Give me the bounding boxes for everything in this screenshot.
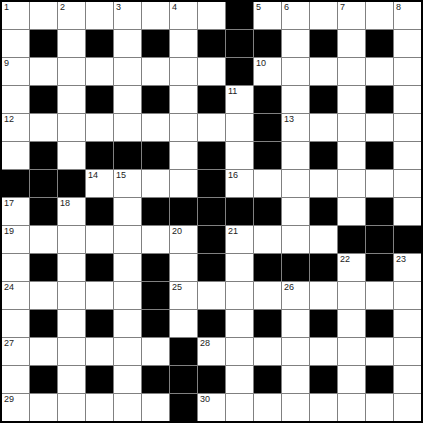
black-cell-r7c1 <box>2 170 29 197</box>
white-cell-r3c2[interactable] <box>30 58 57 85</box>
black-cell-r12c14 <box>366 310 393 337</box>
white-cell-r13c6[interactable] <box>142 338 169 365</box>
clue-number-29: 29 <box>4 394 14 405</box>
white-cell-r10c7[interactable] <box>170 254 197 281</box>
black-cell-r2c9 <box>226 30 253 57</box>
white-cell-r9c12[interactable] <box>310 226 337 253</box>
white-cell-r10c9[interactable] <box>226 254 253 281</box>
black-cell-r2c8 <box>198 30 225 57</box>
white-cell-r7c7[interactable] <box>170 170 197 197</box>
white-cell-r3c14[interactable] <box>366 58 393 85</box>
white-cell-r13c4[interactable] <box>86 338 113 365</box>
white-cell-r11c5[interactable] <box>114 282 141 309</box>
black-cell-r10c10 <box>254 254 281 281</box>
white-cell-r2c7[interactable] <box>170 30 197 57</box>
white-cell-r1c8[interactable] <box>198 2 225 29</box>
white-cell-r12c15[interactable] <box>394 310 421 337</box>
white-cell-r1c11[interactable]: 6 <box>282 2 309 29</box>
white-cell-r4c15[interactable] <box>394 86 421 113</box>
black-cell-r1c9 <box>226 2 253 29</box>
black-cell-r12c12 <box>310 310 337 337</box>
black-cell-r14c4 <box>86 366 113 393</box>
white-cell-r3c4[interactable] <box>86 58 113 85</box>
black-cell-r14c2 <box>30 366 57 393</box>
white-cell-r2c15[interactable] <box>394 30 421 57</box>
white-cell-r1c6[interactable] <box>142 2 169 29</box>
black-cell-r6c8 <box>198 142 225 169</box>
white-cell-r3c5[interactable] <box>114 58 141 85</box>
black-cell-r10c12 <box>310 254 337 281</box>
white-cell-r7c12[interactable] <box>310 170 337 197</box>
white-cell-r1c1[interactable]: 1 <box>2 2 29 29</box>
white-cell-r15c3[interactable] <box>58 394 85 421</box>
black-cell-r6c12 <box>310 142 337 169</box>
white-cell-r4c5[interactable] <box>114 86 141 113</box>
white-cell-r8c13[interactable] <box>338 198 365 225</box>
clue-number-16: 16 <box>228 170 238 181</box>
white-cell-r14c1[interactable] <box>2 366 29 393</box>
white-cell-r5c12[interactable] <box>310 114 337 141</box>
black-cell-r10c2 <box>30 254 57 281</box>
clue-number-7: 7 <box>340 2 345 13</box>
black-cell-r2c4 <box>86 30 113 57</box>
white-cell-r11c12[interactable] <box>310 282 337 309</box>
white-cell-r13c12[interactable] <box>310 338 337 365</box>
white-cell-r6c9[interactable] <box>226 142 253 169</box>
white-cell-r9c10[interactable] <box>254 226 281 253</box>
black-cell-r6c6 <box>142 142 169 169</box>
crossword-grid: 1234567891011121314151617181920212223242… <box>0 0 423 423</box>
clue-number-2: 2 <box>60 2 65 13</box>
white-cell-r15c12[interactable] <box>310 394 337 421</box>
crossword-board: 1234567891011121314151617181920212223242… <box>0 0 423 423</box>
black-cell-r12c10 <box>254 310 281 337</box>
clue-number-12: 12 <box>4 114 14 125</box>
clue-number-15: 15 <box>116 170 126 181</box>
white-cell-r7c15[interactable] <box>394 170 421 197</box>
black-cell-r9c15 <box>394 226 421 253</box>
white-cell-r5c1[interactable]: 12 <box>2 114 29 141</box>
black-cell-r14c8 <box>198 366 225 393</box>
black-cell-r10c11 <box>282 254 309 281</box>
white-cell-r3c15[interactable] <box>394 58 421 85</box>
white-cell-r1c7[interactable]: 4 <box>170 2 197 29</box>
white-cell-r5c9[interactable] <box>226 114 253 141</box>
black-cell-r4c12 <box>310 86 337 113</box>
clue-number-6: 6 <box>284 2 289 13</box>
black-cell-r6c10 <box>254 142 281 169</box>
black-cell-r7c8 <box>198 170 225 197</box>
white-cell-r1c14[interactable] <box>366 2 393 29</box>
black-cell-r8c9 <box>226 198 253 225</box>
black-cell-r6c4 <box>86 142 113 169</box>
white-cell-r14c15[interactable] <box>394 366 421 393</box>
white-cell-r3c13[interactable] <box>338 58 365 85</box>
white-cell-r8c1[interactable]: 17 <box>2 198 29 225</box>
black-cell-r6c5 <box>114 142 141 169</box>
white-cell-r3c3[interactable] <box>58 58 85 85</box>
white-cell-r7c11[interactable] <box>282 170 309 197</box>
black-cell-r14c6 <box>142 366 169 393</box>
white-cell-r9c11[interactable] <box>282 226 309 253</box>
clue-number-22: 22 <box>340 254 350 265</box>
white-cell-r13c9[interactable] <box>226 338 253 365</box>
clue-number-9: 9 <box>4 58 9 69</box>
white-cell-r2c5[interactable] <box>114 30 141 57</box>
white-cell-r1c13[interactable]: 7 <box>338 2 365 29</box>
white-cell-r11c10[interactable] <box>254 282 281 309</box>
white-cell-r9c1[interactable]: 19 <box>2 226 29 253</box>
white-cell-r13c3[interactable] <box>58 338 85 365</box>
white-cell-r1c5[interactable]: 3 <box>114 2 141 29</box>
white-cell-r5c15[interactable] <box>394 114 421 141</box>
black-cell-r12c6 <box>142 310 169 337</box>
white-cell-r11c1[interactable]: 24 <box>2 282 29 309</box>
white-cell-r12c3[interactable] <box>58 310 85 337</box>
black-cell-r8c4 <box>86 198 113 225</box>
black-cell-r11c6 <box>142 282 169 309</box>
black-cell-r2c12 <box>310 30 337 57</box>
clue-number-23: 23 <box>396 254 406 265</box>
clue-number-25: 25 <box>172 282 182 293</box>
black-cell-r4c4 <box>86 86 113 113</box>
black-cell-r9c14 <box>366 226 393 253</box>
white-cell-r15c14[interactable] <box>366 394 393 421</box>
white-cell-r11c14[interactable] <box>366 282 393 309</box>
black-cell-r12c4 <box>86 310 113 337</box>
black-cell-r14c14 <box>366 366 393 393</box>
white-cell-r9c6[interactable] <box>142 226 169 253</box>
clue-number-5: 5 <box>256 2 261 13</box>
white-cell-r8c11[interactable] <box>282 198 309 225</box>
black-cell-r14c12 <box>310 366 337 393</box>
black-cell-r2c6 <box>142 30 169 57</box>
clue-number-20: 20 <box>172 226 182 237</box>
white-cell-r14c5[interactable] <box>114 366 141 393</box>
white-cell-r14c9[interactable] <box>226 366 253 393</box>
black-cell-r8c10 <box>254 198 281 225</box>
white-cell-r14c11[interactable] <box>282 366 309 393</box>
white-cell-r12c11[interactable] <box>282 310 309 337</box>
white-cell-r9c3[interactable] <box>58 226 85 253</box>
black-cell-r14c7 <box>170 366 197 393</box>
white-cell-r15c10[interactable] <box>254 394 281 421</box>
white-cell-r4c9[interactable]: 11 <box>226 86 253 113</box>
white-cell-r8c3[interactable]: 18 <box>58 198 85 225</box>
black-cell-r9c13 <box>338 226 365 253</box>
white-cell-r7c14[interactable] <box>366 170 393 197</box>
white-cell-r11c15[interactable] <box>394 282 421 309</box>
white-cell-r4c1[interactable] <box>2 86 29 113</box>
white-cell-r6c3[interactable] <box>58 142 85 169</box>
white-cell-r7c5[interactable]: 15 <box>114 170 141 197</box>
white-cell-r13c14[interactable] <box>366 338 393 365</box>
clue-number-24: 24 <box>4 282 14 293</box>
white-cell-r5c8[interactable] <box>198 114 225 141</box>
clue-number-27: 27 <box>4 338 14 349</box>
white-cell-r15c5[interactable] <box>114 394 141 421</box>
black-cell-r6c14 <box>366 142 393 169</box>
clue-number-19: 19 <box>4 226 14 237</box>
white-cell-r4c7[interactable] <box>170 86 197 113</box>
white-cell-r15c4[interactable] <box>86 394 113 421</box>
white-cell-r9c4[interactable] <box>86 226 113 253</box>
black-cell-r8c12 <box>310 198 337 225</box>
white-cell-r11c7[interactable]: 25 <box>170 282 197 309</box>
black-cell-r12c2 <box>30 310 57 337</box>
clue-number-10: 10 <box>256 58 266 69</box>
white-cell-r6c15[interactable] <box>394 142 421 169</box>
black-cell-r2c10 <box>254 30 281 57</box>
black-cell-r13c7 <box>170 338 197 365</box>
white-cell-r12c1[interactable] <box>2 310 29 337</box>
black-cell-r2c14 <box>366 30 393 57</box>
white-cell-r7c13[interactable] <box>338 170 365 197</box>
white-cell-r1c12[interactable] <box>310 2 337 29</box>
white-cell-r3c12[interactable] <box>310 58 337 85</box>
black-cell-r6c2 <box>30 142 57 169</box>
white-cell-r10c13[interactable]: 22 <box>338 254 365 281</box>
white-cell-r2c11[interactable] <box>282 30 309 57</box>
white-cell-r5c4[interactable] <box>86 114 113 141</box>
white-cell-r15c2[interactable] <box>30 394 57 421</box>
white-cell-r15c6[interactable] <box>142 394 169 421</box>
white-cell-r7c9[interactable]: 16 <box>226 170 253 197</box>
white-cell-r5c11[interactable]: 13 <box>282 114 309 141</box>
black-cell-r4c14 <box>366 86 393 113</box>
clue-number-8: 8 <box>396 2 401 13</box>
black-cell-r10c8 <box>198 254 225 281</box>
white-cell-r4c13[interactable] <box>338 86 365 113</box>
black-cell-r10c4 <box>86 254 113 281</box>
clue-number-28: 28 <box>200 338 210 349</box>
clue-number-4: 4 <box>172 2 177 13</box>
white-cell-r15c8[interactable]: 30 <box>198 394 225 421</box>
white-cell-r3c6[interactable] <box>142 58 169 85</box>
black-cell-r12c8 <box>198 310 225 337</box>
black-cell-r8c8 <box>198 198 225 225</box>
white-cell-r7c6[interactable] <box>142 170 169 197</box>
black-cell-r7c3 <box>58 170 85 197</box>
white-cell-r15c9[interactable] <box>226 394 253 421</box>
white-cell-r14c13[interactable] <box>338 366 365 393</box>
white-cell-r3c8[interactable] <box>198 58 225 85</box>
black-cell-r4c10 <box>254 86 281 113</box>
white-cell-r5c2[interactable] <box>30 114 57 141</box>
black-cell-r8c6 <box>142 198 169 225</box>
clue-number-11: 11 <box>228 86 237 97</box>
black-cell-r8c14 <box>366 198 393 225</box>
white-cell-r9c7[interactable]: 20 <box>170 226 197 253</box>
white-cell-r9c9[interactable]: 21 <box>226 226 253 253</box>
clue-number-1: 1 <box>4 2 9 13</box>
white-cell-r10c1[interactable] <box>2 254 29 281</box>
white-cell-r1c4[interactable] <box>86 2 113 29</box>
black-cell-r4c8 <box>198 86 225 113</box>
black-cell-r4c6 <box>142 86 169 113</box>
white-cell-r13c10[interactable] <box>254 338 281 365</box>
white-cell-r3c1[interactable]: 9 <box>2 58 29 85</box>
white-cell-r9c5[interactable] <box>114 226 141 253</box>
white-cell-r12c5[interactable] <box>114 310 141 337</box>
white-cell-r13c11[interactable] <box>282 338 309 365</box>
white-cell-r11c2[interactable] <box>30 282 57 309</box>
white-cell-r6c7[interactable] <box>170 142 197 169</box>
white-cell-r13c13[interactable] <box>338 338 365 365</box>
black-cell-r14c10 <box>254 366 281 393</box>
white-cell-r5c3[interactable] <box>58 114 85 141</box>
white-cell-r5c7[interactable] <box>170 114 197 141</box>
white-cell-r13c5[interactable] <box>114 338 141 365</box>
white-cell-r6c13[interactable] <box>338 142 365 169</box>
white-cell-r1c10[interactable]: 5 <box>254 2 281 29</box>
white-cell-r12c9[interactable] <box>226 310 253 337</box>
white-cell-r2c13[interactable] <box>338 30 365 57</box>
white-cell-r15c11[interactable] <box>282 394 309 421</box>
white-cell-r13c15[interactable] <box>394 338 421 365</box>
white-cell-r15c15[interactable] <box>394 394 421 421</box>
clue-number-3: 3 <box>116 2 121 13</box>
white-cell-r10c3[interactable] <box>58 254 85 281</box>
white-cell-r4c11[interactable] <box>282 86 309 113</box>
black-cell-r7c2 <box>30 170 57 197</box>
white-cell-r1c3[interactable]: 2 <box>58 2 85 29</box>
black-cell-r2c2 <box>30 30 57 57</box>
white-cell-r13c8[interactable]: 28 <box>198 338 225 365</box>
white-cell-r11c13[interactable] <box>338 282 365 309</box>
white-cell-r15c13[interactable] <box>338 394 365 421</box>
white-cell-r8c15[interactable] <box>394 198 421 225</box>
white-cell-r9c2[interactable] <box>30 226 57 253</box>
white-cell-r11c8[interactable] <box>198 282 225 309</box>
clue-number-18: 18 <box>60 198 70 209</box>
black-cell-r8c7 <box>170 198 197 225</box>
black-cell-r10c6 <box>142 254 169 281</box>
white-cell-r3c10[interactable]: 10 <box>254 58 281 85</box>
clue-number-30: 30 <box>200 394 210 405</box>
white-cell-r11c4[interactable] <box>86 282 113 309</box>
white-cell-r11c3[interactable] <box>58 282 85 309</box>
white-cell-r5c13[interactable] <box>338 114 365 141</box>
white-cell-r15c1[interactable]: 29 <box>2 394 29 421</box>
black-cell-r3c9 <box>226 58 253 85</box>
black-cell-r5c10 <box>254 114 281 141</box>
clue-number-13: 13 <box>284 114 294 125</box>
white-cell-r11c9[interactable] <box>226 282 253 309</box>
white-cell-r1c15[interactable]: 8 <box>394 2 421 29</box>
white-cell-r14c3[interactable] <box>58 366 85 393</box>
clue-number-26: 26 <box>284 282 294 293</box>
white-cell-r3c7[interactable] <box>170 58 197 85</box>
white-cell-r7c10[interactable] <box>254 170 281 197</box>
white-cell-r6c11[interactable] <box>282 142 309 169</box>
white-cell-r5c6[interactable] <box>142 114 169 141</box>
white-cell-r8c5[interactable] <box>114 198 141 225</box>
clue-number-14: 14 <box>88 170 98 181</box>
black-cell-r10c14 <box>366 254 393 281</box>
black-cell-r15c7 <box>170 394 197 421</box>
white-cell-r10c5[interactable] <box>114 254 141 281</box>
white-cell-r7c4[interactable]: 14 <box>86 170 113 197</box>
white-cell-r2c3[interactable] <box>58 30 85 57</box>
white-cell-r12c7[interactable] <box>170 310 197 337</box>
black-cell-r8c2 <box>30 198 57 225</box>
white-cell-r6c1[interactable] <box>2 142 29 169</box>
white-cell-r11c11[interactable]: 26 <box>282 282 309 309</box>
white-cell-r5c5[interactable] <box>114 114 141 141</box>
white-cell-r3c11[interactable] <box>282 58 309 85</box>
white-cell-r5c14[interactable] <box>366 114 393 141</box>
white-cell-r13c2[interactable] <box>30 338 57 365</box>
white-cell-r1c2[interactable] <box>30 2 57 29</box>
clue-number-17: 17 <box>4 198 14 209</box>
white-cell-r12c13[interactable] <box>338 310 365 337</box>
white-cell-r2c1[interactable] <box>2 30 29 57</box>
black-cell-r9c8 <box>198 226 225 253</box>
clue-number-21: 21 <box>228 226 238 237</box>
white-cell-r4c3[interactable] <box>58 86 85 113</box>
white-cell-r13c1[interactable]: 27 <box>2 338 29 365</box>
black-cell-r4c2 <box>30 86 57 113</box>
white-cell-r10c15[interactable]: 23 <box>394 254 421 281</box>
